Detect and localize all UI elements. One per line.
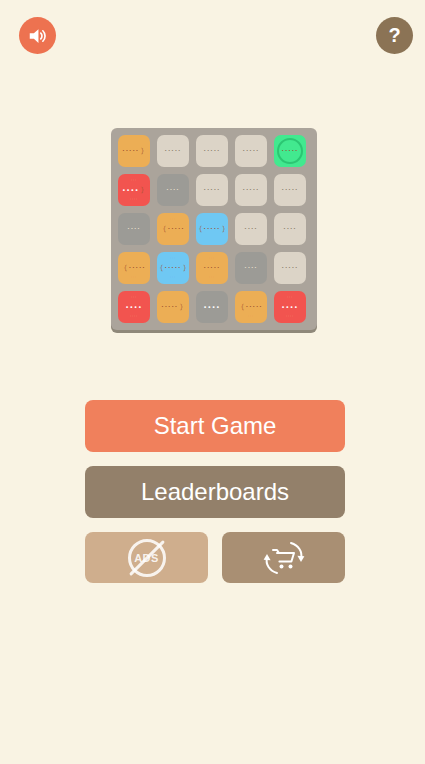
tile-r1c2: •••••: [157, 135, 189, 167]
tile-r3c4: ••••: [235, 213, 267, 245]
tile-r5c1: ···••••····: [118, 291, 150, 323]
tile-r5c4: {•••••···: [235, 291, 267, 323]
tile-r2c5: •••••: [274, 174, 306, 206]
restore-purchases-button[interactable]: [222, 532, 345, 583]
tile-r2c1: ···••••}····: [118, 174, 150, 206]
tile-r4c2: ···{•••••}···: [157, 252, 189, 284]
speaker-icon: [27, 25, 49, 47]
app-screen: ? •••••}••••••••••••••••••••···••••}····…: [0, 0, 425, 764]
tile-r4c4: ••••: [235, 252, 267, 284]
board-grid: •••••}••••••••••••••••••••···••••}····••…: [111, 128, 317, 330]
no-ads-label: ADS: [134, 552, 159, 564]
help-question-mark: ?: [388, 24, 400, 47]
tile-r2c3: •••••: [196, 174, 228, 206]
sound-button[interactable]: [19, 17, 56, 54]
tile-r3c2: ···{•••••: [157, 213, 189, 245]
tile-r5c5: ···••••····: [274, 291, 306, 323]
no-ads-icon: ADS: [128, 539, 166, 577]
tile-r1c4: •••••: [235, 135, 267, 167]
leaderboards-button[interactable]: Leaderboards: [85, 466, 345, 518]
tile-r4c5: •••••: [274, 252, 306, 284]
tile-r1c3: •••••: [196, 135, 228, 167]
cart-refresh-icon: [260, 536, 308, 580]
tile-r2c4: •••••: [235, 174, 267, 206]
tile-r4c3: ···•••••···: [196, 252, 228, 284]
tile-r1c5: •••••: [274, 135, 306, 167]
highlight-ring: [277, 138, 303, 164]
tile-r5c2: •••••}: [157, 291, 189, 323]
tile-r2c2: ••••: [157, 174, 189, 206]
start-game-button[interactable]: Start Game: [85, 400, 345, 452]
board-preview: •••••}••••••••••••••••••••···••••}····••…: [111, 128, 317, 330]
tile-r5c3: ••••: [196, 291, 228, 323]
tile-r3c5: ••••: [274, 213, 306, 245]
no-ads-button[interactable]: ADS: [85, 532, 208, 583]
tile-r4c1: {•••••···: [118, 252, 150, 284]
help-button[interactable]: ?: [376, 17, 413, 54]
tile-r3c1: ••••: [118, 213, 150, 245]
tile-r3c3: {•••••}: [196, 213, 228, 245]
tile-r1c1: •••••}: [118, 135, 150, 167]
